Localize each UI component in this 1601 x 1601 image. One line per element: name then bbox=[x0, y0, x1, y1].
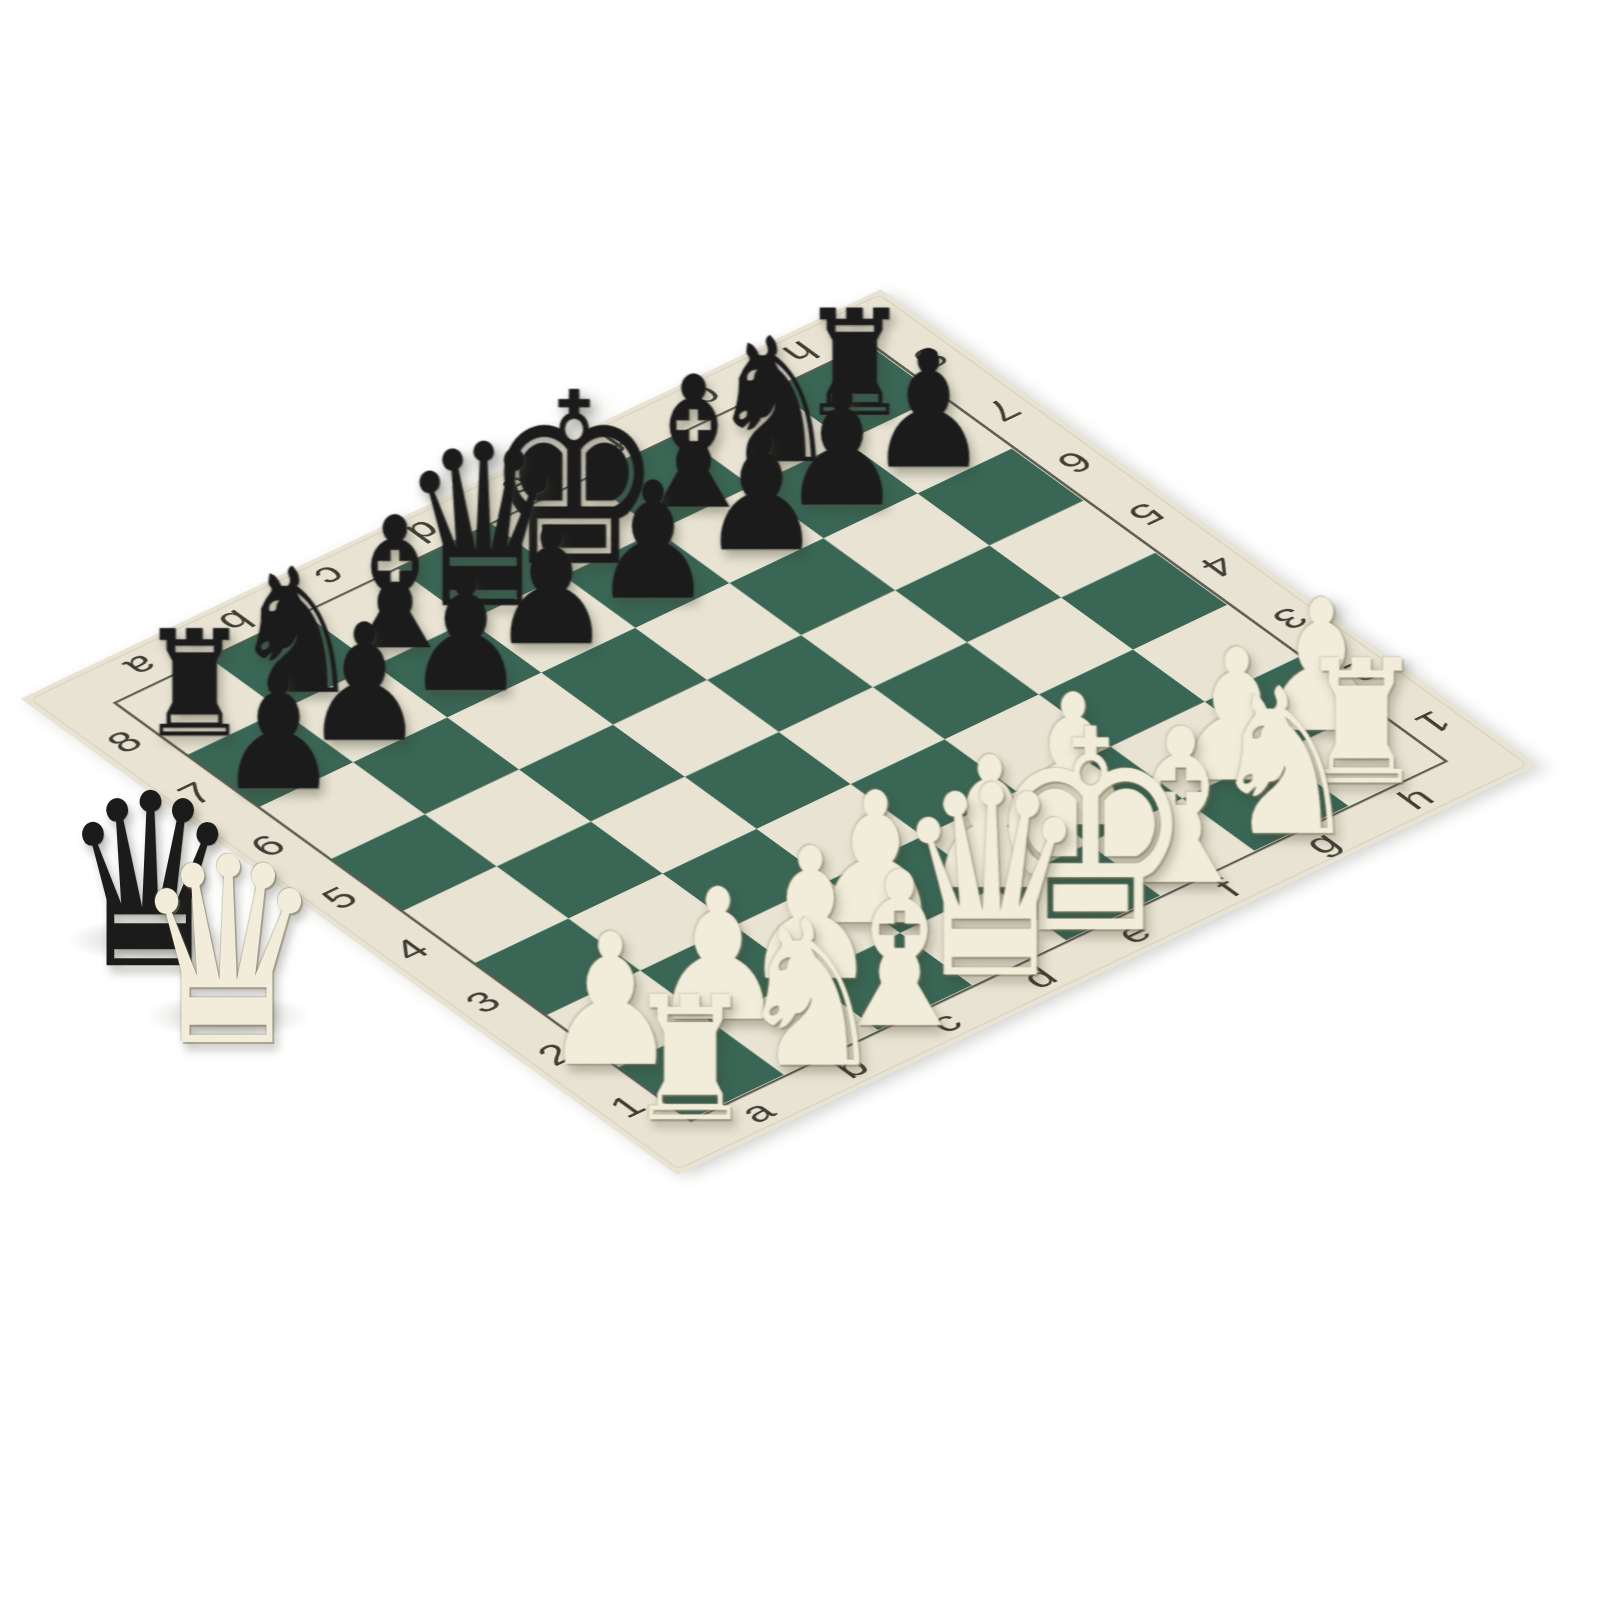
square-a1: ♜ bbox=[618, 1023, 784, 1120]
chess-set-photo: abcdefgh8♜♞♝♛♚♝♞♜87♟♟♟♟♟♟♟♟7665544332♟♟♟… bbox=[0, 0, 1601, 1601]
piece-white-rook: ♜ bbox=[613, 974, 767, 1146]
spare-piece-white-queen: ♛ bbox=[112, 824, 343, 1082]
